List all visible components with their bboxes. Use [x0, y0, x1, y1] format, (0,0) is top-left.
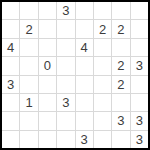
- cell-r4c8-clue: 3: [131, 57, 148, 74]
- cell-r3c7[interactable]: [112, 39, 129, 56]
- cell-r1c3[interactable]: [39, 2, 56, 19]
- cell-r4c6[interactable]: [94, 57, 111, 74]
- cell-r2c6-clue: 2: [94, 20, 111, 37]
- cell-r7c6[interactable]: [94, 112, 111, 129]
- cell-r3c4[interactable]: [57, 39, 74, 56]
- cell-r7c2[interactable]: [20, 112, 37, 129]
- cell-r1c7[interactable]: [112, 2, 129, 19]
- cell-r8c1[interactable]: [2, 131, 19, 148]
- cell-r1c6[interactable]: [94, 2, 111, 19]
- cell-r6c1[interactable]: [2, 94, 19, 111]
- cell-r2c4[interactable]: [57, 20, 74, 37]
- cell-r6c2-clue: 1: [20, 94, 37, 111]
- cell-r3c3[interactable]: [39, 39, 56, 56]
- cell-r3c5-clue: 4: [76, 39, 93, 56]
- cell-r4c7-clue: 2: [112, 57, 129, 74]
- cell-r6c4-clue: 3: [57, 94, 74, 111]
- cell-r7c4[interactable]: [57, 112, 74, 129]
- cell-r2c3[interactable]: [39, 20, 56, 37]
- cell-r4c2[interactable]: [20, 57, 37, 74]
- cell-r7c7-clue: 3: [112, 112, 129, 129]
- cell-r8c4[interactable]: [57, 131, 74, 148]
- cell-r1c8[interactable]: [131, 2, 148, 19]
- puzzle-area: 32224402332133333: [0, 0, 150, 150]
- cell-r6c5[interactable]: [76, 94, 93, 111]
- minesweeper-board: 32224402332133333: [0, 0, 150, 150]
- cell-r2c8[interactable]: [131, 20, 148, 37]
- cell-r7c5[interactable]: [76, 112, 93, 129]
- cell-r5c8[interactable]: [131, 76, 148, 93]
- cell-r3c6[interactable]: [94, 39, 111, 56]
- cell-r4c1[interactable]: [2, 57, 19, 74]
- cell-r5c2[interactable]: [20, 76, 37, 93]
- cell-r4c5[interactable]: [76, 57, 93, 74]
- cell-r3c2[interactable]: [20, 39, 37, 56]
- cell-r6c3[interactable]: [39, 94, 56, 111]
- cell-r1c1[interactable]: [2, 2, 19, 19]
- cell-r8c7[interactable]: [112, 131, 129, 148]
- cell-r6c7[interactable]: [112, 94, 129, 111]
- cell-r1c2[interactable]: [20, 2, 37, 19]
- cell-r8c3[interactable]: [39, 131, 56, 148]
- cell-r6c6[interactable]: [94, 94, 111, 111]
- cell-r2c5[interactable]: [76, 20, 93, 37]
- cell-r2c2-clue: 2: [20, 20, 37, 37]
- cell-r7c8-clue: 3: [131, 112, 148, 129]
- cell-r5c5[interactable]: [76, 76, 93, 93]
- cell-r6c8[interactable]: [131, 94, 148, 111]
- cell-r4c4[interactable]: [57, 57, 74, 74]
- cell-r2c7-clue: 2: [112, 20, 129, 37]
- cell-r1c5[interactable]: [76, 2, 93, 19]
- cell-r8c8-clue: 3: [131, 131, 148, 148]
- cell-r3c8[interactable]: [131, 39, 148, 56]
- cell-r2c1[interactable]: [2, 20, 19, 37]
- cell-r8c2[interactable]: [20, 131, 37, 148]
- cell-r8c5-clue: 3: [76, 131, 93, 148]
- cell-r8c6[interactable]: [94, 131, 111, 148]
- cell-r5c6[interactable]: [94, 76, 111, 93]
- cell-r1c4-clue: 3: [57, 2, 74, 19]
- cell-r5c1-clue: 3: [2, 76, 19, 93]
- cell-r5c7-clue: 2: [112, 76, 129, 93]
- cell-r3c1-clue: 4: [2, 39, 19, 56]
- cell-r5c4[interactable]: [57, 76, 74, 93]
- cell-r4c3-clue: 0: [39, 57, 56, 74]
- cell-r5c3[interactable]: [39, 76, 56, 93]
- cell-r7c1[interactable]: [2, 112, 19, 129]
- cell-r7c3[interactable]: [39, 112, 56, 129]
